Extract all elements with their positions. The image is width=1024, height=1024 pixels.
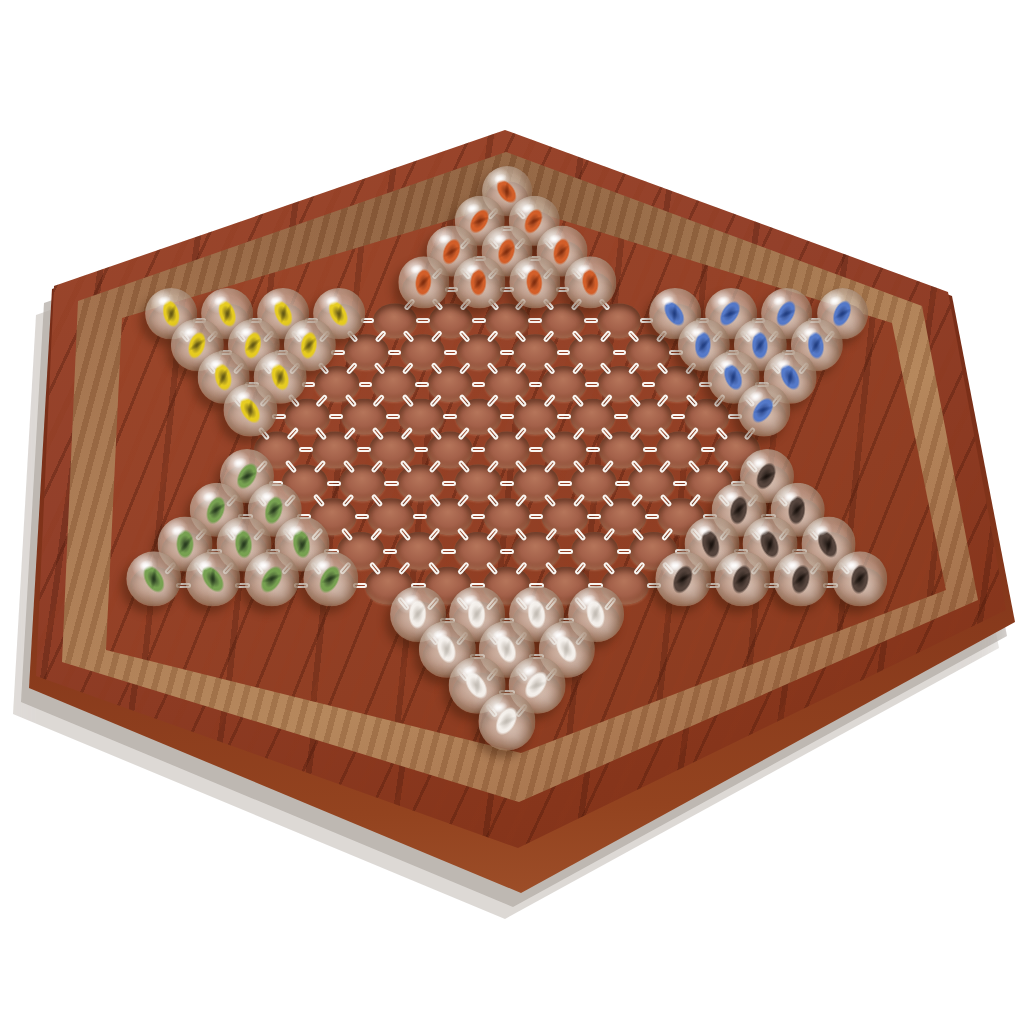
guide-dash	[500, 350, 513, 355]
marble-swirl-band	[457, 259, 502, 306]
guide-dash	[673, 481, 687, 486]
guide-dash	[472, 382, 486, 387]
guide-dash	[557, 414, 571, 419]
board-hole[interactable]	[570, 399, 616, 435]
guide-dash	[529, 514, 543, 519]
guide-dash	[357, 447, 371, 452]
guide-dash	[471, 447, 485, 452]
board-hole[interactable]	[484, 498, 531, 536]
guide-dash	[642, 382, 656, 387]
board-hole[interactable]	[367, 498, 414, 536]
board-grid	[0, 0, 1024, 1024]
marble-black[interactable]	[656, 551, 711, 606]
guide-dash	[558, 549, 572, 554]
guide-dash	[442, 481, 456, 486]
chinese-checkers-photo: Chinese Checkers	[0, 0, 1024, 1024]
guide-dash	[558, 481, 572, 486]
marble-swirl-band	[569, 259, 611, 306]
guide-dash	[529, 382, 543, 387]
marble-orange[interactable]	[398, 257, 449, 308]
guide-dash	[413, 514, 427, 519]
guide-dash	[444, 350, 457, 355]
guide-dash	[355, 514, 369, 519]
guide-dash	[671, 414, 685, 419]
guide-dash	[299, 447, 313, 452]
board-hole[interactable]	[484, 431, 530, 468]
guide-dash	[416, 318, 429, 323]
marble-orange[interactable]	[565, 257, 616, 308]
guide-dash	[586, 447, 600, 452]
guide-dash	[584, 318, 597, 323]
guide-dash	[415, 382, 429, 387]
guide-dash	[443, 414, 457, 419]
guide-dash	[414, 447, 428, 452]
guide-dash	[701, 447, 715, 452]
guide-dash	[528, 318, 541, 323]
board-hole[interactable]	[339, 465, 386, 502]
guide-dash	[587, 514, 601, 519]
guide-dash	[529, 447, 543, 452]
guide-dash	[383, 549, 397, 554]
marble-orange[interactable]	[509, 257, 560, 308]
guide-dash	[500, 549, 514, 554]
marble-blue[interactable]	[737, 383, 790, 436]
marble-yellow[interactable]	[224, 383, 277, 436]
board-hole[interactable]	[569, 334, 614, 370]
marble-black[interactable]	[773, 551, 828, 606]
marble-green[interactable]	[303, 551, 358, 606]
board-hole[interactable]	[627, 399, 673, 435]
guide-dash	[617, 549, 631, 554]
guide-dash	[500, 414, 514, 419]
guide-dash	[500, 481, 514, 486]
guide-dash	[643, 447, 657, 452]
marble-white[interactable]	[478, 693, 535, 750]
guide-dash	[388, 350, 401, 355]
guide-dash	[384, 481, 398, 486]
guide-dash	[386, 414, 400, 419]
guide-dash	[471, 514, 485, 519]
guide-dash	[359, 382, 373, 387]
guide-dash	[585, 382, 599, 387]
board-hole[interactable]	[425, 498, 472, 536]
board-hole[interactable]	[454, 532, 502, 570]
board-hole[interactable]	[570, 465, 617, 502]
board-hole[interactable]	[513, 465, 560, 502]
board-hole[interactable]	[628, 465, 675, 502]
guide-dash	[327, 481, 341, 486]
guide-dash	[613, 350, 626, 355]
guide-dash	[441, 549, 455, 554]
marble-black[interactable]	[715, 551, 770, 606]
guide-dash	[472, 318, 485, 323]
marble-green[interactable]	[244, 551, 299, 606]
marble-orange[interactable]	[454, 257, 505, 308]
marble-green[interactable]	[126, 551, 181, 606]
guide-dash	[614, 414, 628, 419]
guide-dash	[645, 514, 659, 519]
board-hole[interactable]	[397, 465, 444, 502]
guide-dash	[557, 350, 570, 355]
marble-green[interactable]	[185, 551, 240, 606]
marble-black[interactable]	[832, 551, 887, 606]
board-hole[interactable]	[571, 532, 619, 570]
guide-dash	[329, 414, 343, 419]
guide-dash	[615, 481, 629, 486]
